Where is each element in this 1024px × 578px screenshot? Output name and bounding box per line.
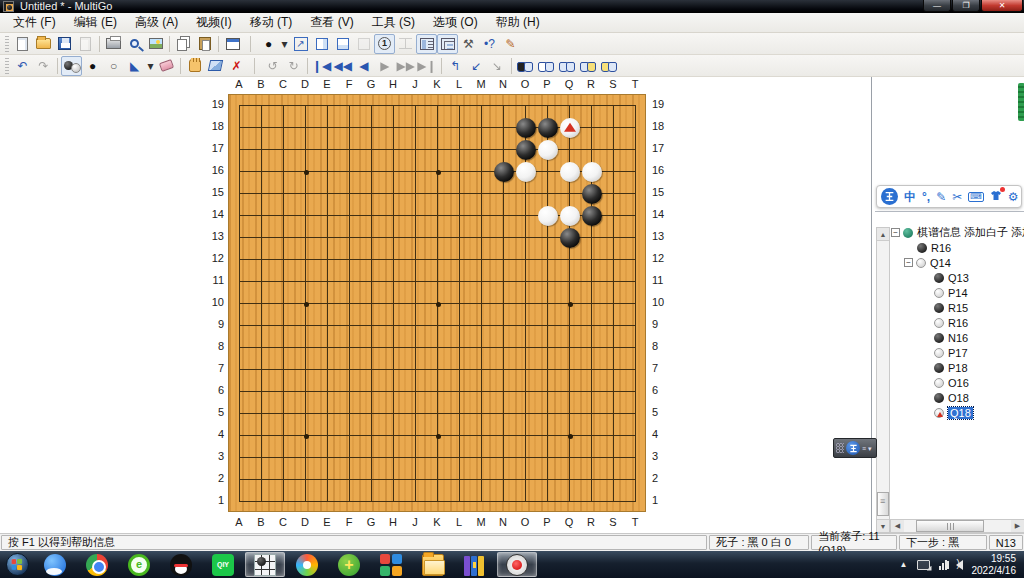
black-stone-Q13[interactable] (560, 228, 580, 248)
tools-icon: ⚒ (463, 38, 474, 50)
menu-item[interactable]: 帮助 (H) (487, 12, 549, 33)
find-previous-comment-icon (580, 61, 596, 71)
tree-node-O18[interactable]: O18 (890, 390, 1024, 405)
ime-settings-icon[interactable]: ⚙ (1008, 191, 1019, 203)
export-image-button[interactable] (145, 34, 166, 54)
ime-mini-logo-icon[interactable] (846, 441, 860, 455)
windows-logo-icon (6, 553, 29, 576)
paste-button[interactable] (194, 34, 215, 54)
coord-letter-bottom: N (493, 516, 513, 528)
find-white-move-icon (538, 61, 554, 71)
new-file-button[interactable] (12, 34, 33, 54)
tree-node-label[interactable]: R15 (948, 302, 968, 314)
coord-number-left: 14 (206, 208, 224, 220)
tree-node-label[interactable]: 棋谱信息 添加白子 添加黑子 (917, 225, 1024, 240)
tree-node-N16[interactable]: N16 (890, 330, 1024, 345)
tree-black-stone-icon (917, 243, 927, 253)
coord-letter-bottom: L (449, 516, 469, 528)
status-captures: 死子 : 黑 0 白 0 (709, 535, 809, 550)
next-move-color-dropdown-icon: ▾ (281, 38, 287, 50)
rotate-left-icon: ↺ (267, 60, 277, 72)
coord-number-left: 9 (206, 318, 224, 330)
collapse-expander-icon[interactable]: − (904, 258, 913, 267)
toolbar-separator (99, 36, 100, 52)
tree-node-label[interactable]: N16 (948, 332, 968, 344)
tree-node-label[interactable]: R16 (931, 242, 951, 254)
app-icon (3, 1, 14, 12)
white-stone-O16[interactable] (516, 162, 536, 182)
copy-icon (177, 39, 187, 51)
show-tree-panel-icon (441, 38, 455, 50)
taskbar-app-wps[interactable] (371, 552, 411, 577)
ime-keyboard-icon[interactable]: ⌨ (968, 192, 984, 202)
label-dropdown-button[interactable]: ▾ (145, 56, 156, 76)
menu-item[interactable]: 移动 (T) (241, 12, 302, 33)
coord-number-left: 19 (206, 98, 224, 110)
clean-board-button[interactable]: ✎ (500, 34, 521, 54)
coord-letter-top: A (229, 78, 249, 90)
show-comment-panel-icon (420, 38, 434, 50)
tree-white-stone-icon (916, 258, 926, 268)
show-move-numbers-icon: 1 (378, 37, 391, 50)
tree-node-R16[interactable]: R16 (890, 240, 1024, 255)
menu-item[interactable]: 文件 (F) (4, 12, 65, 33)
coord-number-left: 3 (206, 450, 224, 462)
coord-number-right: 16 (652, 164, 672, 176)
coord-number-left: 6 (206, 384, 224, 396)
tree-node-label[interactable]: P14 (948, 287, 968, 299)
coord-letter-bottom: J (405, 516, 425, 528)
pan-hand-button[interactable] (184, 56, 205, 76)
toolbar-grip[interactable] (5, 58, 9, 74)
taskbar-app-iqiyi[interactable]: QIY (203, 552, 243, 577)
coord-letter-bottom: K (427, 516, 447, 528)
toolbar-separator (250, 36, 251, 52)
tray-expand-icon[interactable]: ▲ (900, 560, 908, 569)
eraser-button[interactable] (156, 56, 177, 76)
ime-logo-icon[interactable] (881, 188, 898, 205)
next-move-color-button[interactable]: ● (258, 34, 279, 54)
2345-icon (296, 554, 318, 576)
board-view-full-icon (358, 38, 370, 50)
play-mode-button[interactable] (61, 56, 82, 76)
coord-number-left: 4 (206, 428, 224, 440)
coord-letter-top: K (427, 78, 447, 90)
tree-node-label[interactable]: Q13 (948, 272, 969, 284)
coord-number-right: 3 (652, 450, 672, 462)
nav-back-icon: ◀ (359, 60, 368, 72)
tree-node-O16[interactable]: O16 (890, 375, 1024, 390)
taskbar-app-explorer[interactable] (413, 552, 453, 577)
drag-grip-icon[interactable] (836, 443, 844, 453)
nav-forward-10-icon: ▶▶ (397, 60, 415, 72)
coord-number-right: 11 (652, 274, 672, 286)
close-button[interactable]: ✕ (981, 0, 1023, 12)
board-view-half-icon (316, 38, 328, 50)
coord-number-right: 8 (652, 340, 672, 352)
scroll-right-arrow[interactable]: ▶ (1011, 520, 1024, 532)
minimize-button[interactable]: — (923, 0, 951, 12)
status-cursor-coordinate: N13 (989, 535, 1023, 550)
coord-letter-bottom: M (471, 516, 491, 528)
nav-first-button[interactable]: ❙◀ (311, 56, 332, 76)
coord-letter-top: L (449, 78, 469, 90)
find-previous-comment-button[interactable] (578, 56, 599, 76)
coord-letter-top: B (251, 78, 271, 90)
paste-icon (199, 37, 211, 50)
black-stone-R14[interactable] (582, 206, 602, 226)
coord-letter-bottom: F (339, 516, 359, 528)
taskbar-app-winrar[interactable] (455, 552, 495, 577)
qq-icon (170, 554, 192, 576)
next-move-color-icon: ● (265, 38, 272, 50)
tree-black-stone-icon (934, 393, 944, 403)
find-next-comment-button[interactable] (599, 56, 620, 76)
tree-white-stone-icon (934, 348, 944, 358)
black-stone-P18[interactable] (538, 118, 558, 138)
show-comment-panel-button[interactable] (416, 34, 437, 54)
standard-toolbar: ●▾↗1⚒•?✎ (0, 33, 1024, 55)
hoshi-point (304, 302, 309, 307)
tree-black-stone-icon (934, 333, 944, 343)
find-black-move-icon (517, 61, 533, 71)
menu-item[interactable]: 查看 (V) (301, 12, 362, 33)
right-panel: ▲ ▼ −棋谱信息 添加白子 添加黑子R16−Q14Q13P14R15R16N1… (871, 77, 1024, 533)
tree-node-Q14[interactable]: −Q14 (890, 255, 1024, 270)
game-information-button[interactable] (222, 34, 243, 54)
qq-browser-icon (44, 554, 66, 576)
nav-forward-icon: ▶ (380, 60, 389, 72)
add-black-stone-button[interactable]: ● (82, 56, 103, 76)
tree-node-R15[interactable]: R15 (890, 300, 1024, 315)
menu-item[interactable]: 工具 (S) (363, 12, 424, 33)
coord-number-right: 6 (652, 384, 672, 396)
toolbar-separator (511, 58, 512, 74)
coord-letter-bottom: G (361, 516, 381, 528)
tree-node-label[interactable]: P17 (948, 347, 968, 359)
save-copy-button[interactable] (75, 34, 96, 54)
hoshi-point (304, 434, 309, 439)
next-move-color-dropdown-button[interactable]: ▾ (279, 34, 290, 54)
save-file-icon (58, 37, 71, 50)
menu-item[interactable]: 选项 (O) (424, 12, 487, 33)
nav-forward-button[interactable]: ▶ (374, 56, 395, 76)
tree-node-label[interactable]: R16 (948, 317, 968, 329)
pan-hand-icon (189, 59, 201, 72)
current-move-marker-icon (937, 412, 943, 417)
coord-letter-bottom: H (383, 516, 403, 528)
up-to-parent-icon: ↰ (450, 60, 460, 72)
start-button[interactable] (0, 551, 34, 578)
game-information-icon (226, 38, 240, 50)
coord-number-right: 14 (652, 208, 672, 220)
black-stone-R15[interactable] (582, 184, 602, 204)
show-last-move-mark-icon: ↗ (294, 37, 308, 51)
multigo-window: Untitled * - MultiGo — ❐ ✕ 文件 (F)编辑 (E)高… (0, 0, 1024, 578)
winrar-icon (464, 554, 486, 576)
copy-button[interactable] (173, 34, 194, 54)
toolbar-separator (57, 58, 58, 74)
coord-letter-top: H (383, 78, 403, 90)
find-button[interactable] (557, 56, 578, 76)
ime-mini-bar[interactable]: ≡ ▾ (833, 438, 877, 458)
small-tree-button[interactable] (395, 34, 416, 54)
coord-number-left: 12 (206, 252, 224, 264)
status-next-move: 下一步 : 黑 (899, 535, 987, 550)
black-stone-O18[interactable] (516, 118, 536, 138)
tree-white-stone-icon (934, 288, 944, 298)
context-help-icon: •? (484, 38, 495, 50)
vertical-scroll-thumb[interactable] (877, 492, 889, 516)
redo-button[interactable]: ↷ (33, 56, 54, 76)
hoshi-point (304, 170, 309, 175)
system-tray: ▲ 19:55 2022/4/16 (900, 553, 1024, 577)
tree-node-Q18[interactable]: Q18 (890, 405, 1024, 420)
undo-button[interactable]: ↶ (12, 56, 33, 76)
eraser-icon (159, 59, 174, 72)
coord-letter-bottom: B (251, 516, 271, 528)
tree-gameinfo-stone-icon (903, 228, 913, 238)
tree-node-label[interactable]: Q14 (930, 257, 951, 269)
print-button[interactable] (103, 34, 124, 54)
coord-letter-bottom: R (581, 516, 601, 528)
small-tree-icon (399, 38, 412, 49)
delete-node-icon: ✗ (231, 60, 241, 72)
iqiyi-icon: QIY (212, 554, 234, 576)
coord-number-right: 15 (652, 186, 672, 198)
black-stone-O17[interactable] (516, 140, 536, 160)
rotate-right-button[interactable]: ↻ (283, 56, 304, 76)
hoshi-point (568, 302, 573, 307)
hoshi-point (436, 434, 441, 439)
taskbar-app-qq[interactable] (161, 552, 201, 577)
coord-letter-top: R (581, 78, 601, 90)
nav-first-icon: ❙◀ (312, 60, 331, 72)
open-file-button[interactable] (33, 34, 54, 54)
board-view-quarter-icon (337, 38, 349, 50)
coord-number-left: 1 (206, 494, 224, 506)
rotate-left-button[interactable]: ↺ (262, 56, 283, 76)
label-dropdown-icon: ▾ (147, 60, 153, 72)
white-stone-P14[interactable] (538, 206, 558, 226)
coord-number-left: 11 (206, 274, 224, 286)
network-icon[interactable] (917, 560, 930, 570)
side-widget (1018, 83, 1024, 121)
taskbar-app-multigo[interactable] (245, 552, 285, 577)
nav-back-10-icon: ◀◀ (334, 60, 352, 72)
explorer-icon (422, 554, 444, 576)
coord-letter-bottom: Q (559, 516, 579, 528)
taskbar-apps: eQIY (34, 551, 538, 578)
find-white-move-button[interactable] (536, 56, 557, 76)
export-image-icon (149, 38, 163, 49)
tree-node-P17[interactable]: P17 (890, 345, 1024, 360)
coord-letter-bottom: A (229, 516, 249, 528)
coord-letter-top: P (537, 78, 557, 90)
add-black-stone-icon: ● (89, 60, 96, 72)
coord-letter-top: C (273, 78, 293, 90)
menu-bar: 文件 (F)编辑 (E)高级 (A)视频(I)移动 (T)查看 (V)工具 (S… (0, 13, 1024, 33)
mini-bar-menu-icon[interactable]: ≡ (862, 445, 866, 452)
menu-item[interactable]: 视频(I) (187, 12, 240, 33)
nav-last-icon: ▶❙ (417, 60, 436, 72)
mini-bar-collapse-icon[interactable]: ▾ (868, 445, 872, 452)
toolbar-grip[interactable] (5, 36, 9, 52)
toolbar-separator (441, 58, 442, 74)
coord-letter-top: N (493, 78, 513, 90)
edit-toolbar: ↶↷●○◣▾✗↺↻❙◀◀◀◀▶▶▶▶❙↰↙↘ (0, 55, 1024, 77)
add-white-stone-button[interactable]: ○ (103, 56, 124, 76)
toolbar-separator (254, 58, 255, 74)
coord-number-right: 4 (652, 428, 672, 440)
taskbar-app-360-browser[interactable]: e (119, 552, 159, 577)
tree-black-stone-icon (934, 273, 944, 283)
tree-node-label[interactable]: P18 (948, 362, 968, 374)
new-file-icon (17, 37, 28, 51)
clean-board-icon: ✎ (505, 38, 515, 50)
tree-node-label[interactable]: Q18 (948, 407, 973, 419)
add-label-icon: ◣ (130, 60, 139, 72)
show-tree-panel-button[interactable] (437, 34, 458, 54)
multigo-icon (254, 554, 276, 576)
coord-number-left: 2 (206, 472, 224, 484)
status-help-text: 按 F1 以得到帮助信息 (1, 535, 707, 550)
ime-screenshot-icon[interactable]: ✂ (952, 191, 962, 203)
taskbar: eQIY ▲ 19:55 2022/4/16 (0, 551, 1024, 578)
find-next-comment-icon (601, 61, 617, 71)
volume-icon[interactable] (956, 560, 963, 570)
coord-letter-top: M (471, 78, 491, 90)
tree-vertical-scrollbar[interactable]: ▲ ▼ (876, 227, 890, 533)
print-preview-icon (130, 39, 139, 48)
recorder-icon (506, 554, 528, 576)
tree-node-P14[interactable]: P14 (890, 285, 1024, 300)
coord-number-right: 17 (652, 142, 672, 154)
ime-punctuation-icon[interactable]: °, (922, 191, 930, 203)
scroll-up-arrow[interactable]: ▲ (877, 228, 889, 241)
coord-number-right: 12 (652, 252, 672, 264)
nav-back-button[interactable]: ◀ (353, 56, 374, 76)
coord-letter-top: S (603, 78, 623, 90)
coord-letter-bottom: P (537, 516, 557, 528)
next-variation-icon: ↘ (492, 60, 502, 72)
taskbar-app-chrome[interactable] (77, 552, 117, 577)
taskbar-app-qq-browser[interactable] (35, 552, 75, 577)
tree-white-marked-stone-icon (934, 408, 944, 418)
ime-handwriting-icon[interactable]: ✎ (936, 191, 946, 203)
white-stone-R16[interactable] (582, 162, 602, 182)
clock-date: 2022/4/16 (972, 565, 1017, 577)
tree-node-P18[interactable]: P18 (890, 360, 1024, 375)
toolbar-separator (218, 36, 219, 52)
white-stone-P17[interactable] (538, 140, 558, 160)
menu-item[interactable]: 高级 (A) (126, 12, 187, 33)
tools-button[interactable]: ⚒ (458, 34, 479, 54)
ime-skin-icon[interactable] (990, 190, 1002, 203)
board-view-half-button[interactable] (311, 34, 332, 54)
360-safe-icon (338, 554, 360, 576)
show-move-numbers-button[interactable]: 1 (374, 34, 395, 54)
window-controls: — ❐ ✕ (923, 0, 1024, 13)
taskbar-app-360-safe[interactable] (329, 552, 369, 577)
nav-last-button[interactable]: ▶❙ (416, 56, 437, 76)
show-last-move-mark-button[interactable]: ↗ (290, 34, 311, 54)
taskbar-app-recorder[interactable] (497, 552, 537, 577)
white-stone-Q14[interactable] (560, 206, 580, 226)
coord-letter-top: Q (559, 78, 579, 90)
board-perspective-button[interactable] (205, 56, 226, 76)
horizontal-scroll-thumb[interactable] (916, 520, 984, 532)
chrome-icon (86, 554, 108, 576)
tree-horizontal-scrollbar[interactable]: ◀ ▶ (890, 519, 1024, 533)
main-area: AABBCCDDEEFFGGHHJJKKLLMMNNOOPPQQRRSSTT19… (0, 77, 1024, 533)
coord-number-right: 10 (652, 296, 672, 308)
tree-node-R16[interactable]: R16 (890, 315, 1024, 330)
go-board[interactable]: AABBCCDDEEFFGGHHJJKKLLMMNNOOPPQQRRSSTT19… (206, 78, 676, 536)
coord-number-left: 10 (206, 296, 224, 308)
tree-root-node[interactable]: −棋谱信息 添加白子 添加黑子 (890, 225, 1024, 240)
up-to-parent-button[interactable]: ↰ (445, 56, 466, 76)
taskbar-clock[interactable]: 19:55 2022/4/16 (972, 553, 1017, 577)
board-wood[interactable] (228, 94, 646, 512)
open-file-icon (36, 38, 51, 49)
coord-letter-top: T (625, 78, 645, 90)
taskbar-app-2345[interactable] (287, 552, 327, 577)
coord-letter-top: O (515, 78, 535, 90)
toolbar-separator (180, 58, 181, 74)
play-mode-icon (64, 60, 80, 72)
nav-forward-10-button[interactable]: ▶▶ (395, 56, 416, 76)
coord-letter-bottom: S (603, 516, 623, 528)
coord-letter-top: G (361, 78, 381, 90)
board-view-full-button[interactable] (353, 34, 374, 54)
nav-back-10-button[interactable]: ◀◀ (332, 56, 353, 76)
next-variation-button[interactable]: ↘ (487, 56, 508, 76)
restore-button[interactable]: ❐ (952, 0, 980, 12)
collapse-expander-icon[interactable]: − (891, 228, 900, 237)
add-label-button[interactable]: ◣ (124, 56, 145, 76)
coord-number-left: 7 (206, 362, 224, 374)
tree-black-stone-icon (934, 303, 944, 313)
tree-node-label[interactable]: O16 (948, 377, 969, 389)
tree-node-label[interactable]: O18 (948, 392, 969, 404)
menu-item[interactable]: 编辑 (E) (65, 12, 126, 33)
find-black-move-button[interactable] (515, 56, 536, 76)
save-file-button[interactable] (54, 34, 75, 54)
tree-node-Q13[interactable]: Q13 (890, 270, 1024, 285)
scroll-left-arrow[interactable]: ◀ (891, 520, 904, 532)
coord-letter-top: J (405, 78, 425, 90)
delete-node-button[interactable]: ✗ (226, 56, 247, 76)
coord-letter-top: D (295, 78, 315, 90)
context-help-button[interactable]: •? (479, 34, 500, 54)
coord-number-right: 9 (652, 318, 672, 330)
white-stone-Q16[interactable] (560, 162, 580, 182)
board-view-quarter-button[interactable] (332, 34, 353, 54)
status-current-move: 当前落子: 11 (Q18) (811, 535, 897, 550)
previous-variation-button[interactable]: ↙ (466, 56, 487, 76)
print-preview-button[interactable] (124, 34, 145, 54)
white-stone-Q18[interactable] (560, 118, 580, 138)
ime-toolbar: 中 °, ✎ ✂ ⌨ ⚙ (876, 185, 1022, 208)
coord-letter-top: E (317, 78, 337, 90)
print-icon (106, 38, 121, 49)
black-stone-N16[interactable] (494, 162, 514, 182)
ime-chinese-mode-icon[interactable]: 中 (904, 191, 916, 203)
coord-number-right: 1 (652, 494, 672, 506)
previous-variation-icon: ↙ (471, 60, 481, 72)
hoshi-point (436, 302, 441, 307)
